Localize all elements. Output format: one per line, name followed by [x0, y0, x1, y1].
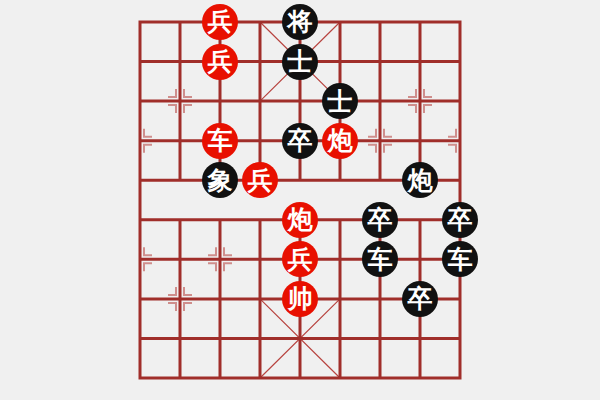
piece-red-soldier[interactable]: 兵	[242, 162, 278, 198]
xiangqi-board: 兵将兵士士车卒炮象兵炮炮卒卒兵车车帅卒	[0, 0, 600, 400]
piece-black-soldier[interactable]: 卒	[402, 281, 438, 317]
piece-black-advisor[interactable]: 士	[282, 44, 318, 80]
piece-red-cannon[interactable]: 炮	[282, 202, 318, 238]
piece-black-cannon[interactable]: 炮	[402, 162, 438, 198]
piece-red-general[interactable]: 帅	[282, 281, 318, 317]
piece-red-chariot[interactable]: 车	[202, 123, 238, 159]
piece-red-soldier[interactable]: 兵	[202, 4, 238, 40]
piece-red-soldier[interactable]: 兵	[202, 44, 238, 80]
piece-black-soldier[interactable]: 卒	[362, 202, 398, 238]
piece-black-soldier[interactable]: 卒	[282, 123, 318, 159]
piece-red-cannon[interactable]: 炮	[322, 123, 358, 159]
piece-black-soldier[interactable]: 卒	[442, 202, 478, 238]
piece-red-soldier[interactable]: 兵	[282, 241, 318, 277]
piece-black-chariot[interactable]: 车	[362, 241, 398, 277]
piece-black-chariot[interactable]: 车	[442, 241, 478, 277]
piece-black-elephant[interactable]: 象	[202, 162, 238, 198]
piece-black-advisor[interactable]: 士	[322, 83, 358, 119]
piece-black-general[interactable]: 将	[282, 4, 318, 40]
pieces-layer: 兵将兵士士车卒炮象兵炮炮卒卒兵车车帅卒	[120, 2, 480, 397]
